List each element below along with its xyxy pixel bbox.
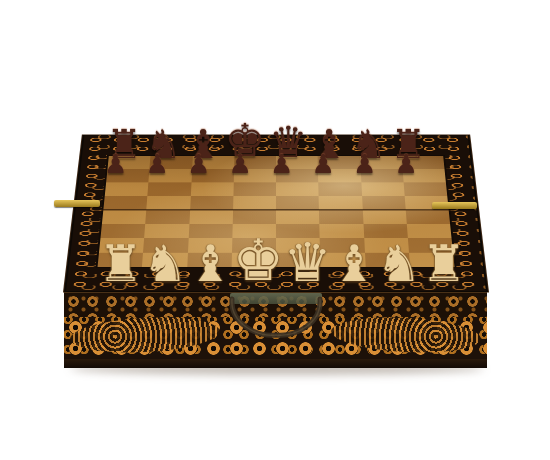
board-square	[107, 156, 150, 169]
board-square	[318, 182, 361, 196]
board-square	[192, 156, 234, 169]
board-square	[320, 238, 365, 252]
box-handle-icon	[224, 296, 328, 342]
board-square	[188, 224, 232, 238]
board-square	[106, 169, 149, 182]
board-square	[276, 210, 320, 224]
board-square	[276, 224, 320, 238]
board-square	[320, 252, 365, 267]
board-square	[319, 196, 363, 210]
product-photo: ♜♞♝♚♛♝♞♜ ♟♟♟♟♟♟♟♟ ♜♞♝♚♛♝♞♜	[0, 0, 550, 460]
board-square	[320, 224, 364, 238]
board-square	[105, 182, 149, 196]
board-square	[191, 169, 234, 182]
decorated-border-frame	[64, 135, 488, 292]
board-square	[233, 182, 276, 196]
board-square	[232, 210, 276, 224]
box-front-face	[64, 291, 487, 368]
board-square	[232, 238, 276, 252]
hinge-right-icon	[432, 202, 477, 209]
board-square	[148, 182, 191, 196]
board-square	[103, 196, 147, 210]
board-square	[234, 156, 276, 169]
board-square	[318, 156, 360, 169]
board-square	[362, 196, 406, 210]
board-square	[233, 196, 276, 210]
board-square	[102, 210, 147, 224]
board-square	[409, 252, 455, 267]
board-square	[99, 238, 144, 252]
board-square	[276, 182, 319, 196]
box-base-strip	[64, 359, 487, 368]
board-square	[100, 224, 145, 238]
board-square	[142, 252, 187, 267]
board-square	[405, 210, 450, 224]
board-square	[234, 169, 276, 182]
board-square	[360, 156, 403, 169]
board-square	[189, 210, 233, 224]
board-square	[319, 210, 363, 224]
board-square	[149, 169, 192, 182]
board-square	[408, 238, 453, 252]
board-square	[145, 210, 189, 224]
board-square	[363, 224, 408, 238]
board-square	[318, 169, 361, 182]
board-square	[98, 252, 144, 267]
hinge-left-icon	[54, 200, 100, 207]
board-square	[143, 238, 188, 252]
box-top	[64, 135, 488, 292]
board-fold-seam	[101, 209, 450, 211]
board-square	[147, 196, 191, 210]
board-square	[150, 156, 193, 169]
board-square	[276, 252, 321, 267]
board-square	[276, 156, 318, 169]
board-square	[401, 156, 444, 169]
chess-board-grid	[95, 155, 456, 268]
board-square	[364, 238, 409, 252]
board-square	[407, 224, 452, 238]
board-square	[231, 252, 276, 267]
board-square	[276, 238, 320, 252]
board-square	[187, 252, 232, 267]
board-square	[190, 182, 233, 196]
board-square	[276, 196, 319, 210]
board-square	[190, 196, 234, 210]
board-square	[364, 252, 409, 267]
board-square	[402, 169, 445, 182]
board-square	[276, 169, 318, 182]
board-square	[360, 169, 403, 182]
board-square	[362, 210, 406, 224]
board-square	[188, 238, 233, 252]
board-square	[144, 224, 189, 238]
board-square	[361, 182, 404, 196]
board-square	[232, 224, 276, 238]
board-square	[403, 182, 447, 196]
